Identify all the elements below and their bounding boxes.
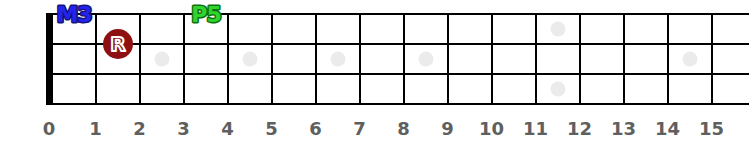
fret-cell — [625, 15, 669, 45]
fret-cell — [625, 75, 669, 103]
fret-cell — [581, 45, 625, 75]
inlay-dot-icon — [550, 22, 565, 37]
fret-number-9: 9 — [441, 118, 454, 139]
perfect-fifth-marker: P5 — [180, 0, 232, 29]
fret-number-14: 14 — [655, 118, 680, 139]
fret-cell — [449, 75, 493, 103]
fret-number-1: 1 — [89, 118, 102, 139]
fret-cell — [405, 15, 449, 45]
fret-cell — [141, 75, 185, 103]
fret-number-6: 6 — [309, 118, 322, 139]
fret-number-7: 7 — [353, 118, 366, 139]
fret-number-15: 15 — [699, 118, 724, 139]
fret-cell — [141, 15, 185, 45]
fretboard — [46, 13, 749, 105]
fret-number-10: 10 — [479, 118, 504, 139]
fret-number-4: 4 — [221, 118, 234, 139]
major-third-marker: M3 — [48, 0, 100, 29]
fret-number-8: 8 — [397, 118, 410, 139]
fret-number-3: 3 — [177, 118, 190, 139]
fret-cell — [273, 45, 317, 75]
fret-cell — [493, 75, 537, 103]
fret-number-13: 13 — [611, 118, 636, 139]
fret-cell — [185, 45, 229, 75]
fret-cell — [713, 45, 749, 75]
inlay-dot-icon — [154, 52, 169, 67]
fret-cell — [273, 15, 317, 45]
fret-cell — [273, 75, 317, 103]
root-marker: R — [101, 27, 135, 61]
fret-cell — [669, 15, 713, 45]
fret-cell — [713, 15, 749, 45]
fret-cell — [53, 75, 97, 103]
fret-cell — [229, 15, 273, 45]
fret-number-11: 11 — [523, 118, 548, 139]
fret-cell — [537, 45, 581, 75]
fret-cell — [581, 15, 625, 45]
fret-cell — [669, 75, 713, 103]
fret-number-2: 2 — [133, 118, 146, 139]
fret-cell — [493, 15, 537, 45]
perfect-fifth-label: P5 — [191, 2, 220, 27]
fret-number-12: 12 — [567, 118, 592, 139]
fret-cell — [317, 15, 361, 45]
fret-cell — [229, 75, 273, 103]
fret-cell — [581, 75, 625, 103]
fret-number-5: 5 — [265, 118, 278, 139]
inlay-dot-icon — [418, 52, 433, 67]
fret-cell — [361, 45, 405, 75]
fret-cell — [449, 45, 493, 75]
inlay-dot-icon — [550, 82, 565, 97]
fret-cell — [493, 45, 537, 75]
fret-cell — [97, 75, 141, 103]
fretboard-interval-diagram: M3 P5 R 0123456789101112131415 — [0, 0, 749, 143]
fret-cell — [185, 75, 229, 103]
major-third-label: M3 — [56, 2, 91, 27]
inlay-dot-icon — [682, 52, 697, 67]
root-label: R — [110, 32, 125, 56]
fret-cell — [405, 75, 449, 103]
fret-cell — [317, 75, 361, 103]
fret-cell — [449, 15, 493, 45]
fret-cell — [713, 75, 749, 103]
fret-cell — [625, 45, 669, 75]
fret-cell — [361, 15, 405, 45]
fret-cell — [361, 75, 405, 103]
inlay-dot-icon — [242, 52, 257, 67]
inlay-dot-icon — [330, 52, 345, 67]
fret-cell — [53, 45, 97, 75]
fret-number-0: 0 — [43, 118, 56, 139]
